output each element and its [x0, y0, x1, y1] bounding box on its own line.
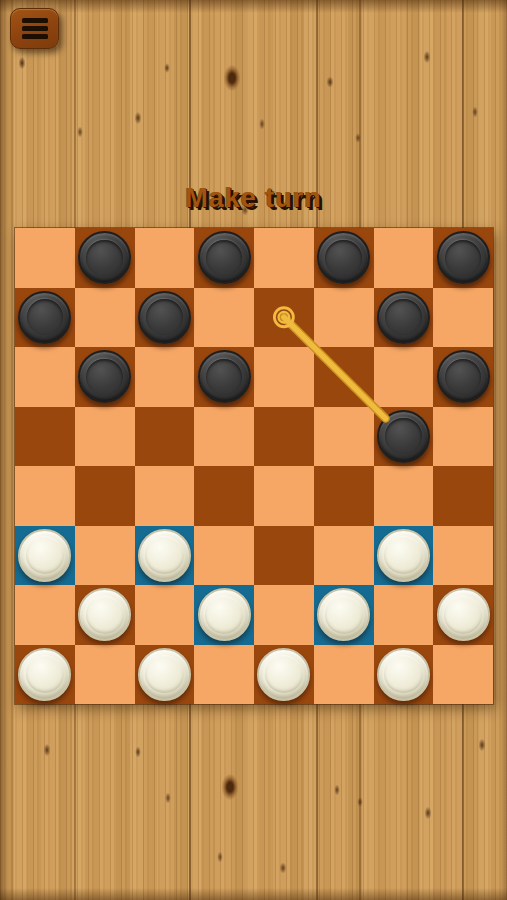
square-a2[interactable]: [15, 585, 75, 645]
square-d6[interactable]: [194, 347, 254, 407]
white-piece[interactable]: [18, 529, 71, 582]
square-d5[interactable]: [194, 407, 254, 467]
square-e6[interactable]: [254, 347, 314, 407]
square-f5[interactable]: [314, 407, 374, 467]
white-piece[interactable]: [317, 588, 370, 641]
square-h7[interactable]: [433, 288, 493, 348]
square-g4[interactable]: [374, 466, 434, 526]
black-piece[interactable]: [437, 350, 490, 403]
black-piece[interactable]: [198, 231, 251, 284]
white-piece[interactable]: [78, 588, 131, 641]
square-b1[interactable]: [75, 645, 135, 705]
hamburger-bar: [22, 26, 48, 31]
square-c8[interactable]: [135, 228, 195, 288]
square-d8[interactable]: [194, 228, 254, 288]
hamburger-bar: [22, 34, 48, 39]
square-c7[interactable]: [135, 288, 195, 348]
square-d7[interactable]: [194, 288, 254, 348]
square-a1[interactable]: [15, 645, 75, 705]
square-g6[interactable]: [374, 347, 434, 407]
square-c4[interactable]: [135, 466, 195, 526]
square-g1[interactable]: [374, 645, 434, 705]
square-g2[interactable]: [374, 585, 434, 645]
white-piece[interactable]: [257, 648, 310, 701]
square-b4[interactable]: [75, 466, 135, 526]
square-e1[interactable]: [254, 645, 314, 705]
white-piece[interactable]: [198, 588, 251, 641]
square-h3[interactable]: [433, 526, 493, 586]
square-e7[interactable]: [254, 288, 314, 348]
turn-status-text: Make turn: [0, 183, 507, 214]
black-piece[interactable]: [437, 231, 490, 284]
square-d4[interactable]: [194, 466, 254, 526]
white-piece[interactable]: [437, 588, 490, 641]
white-piece[interactable]: [377, 529, 430, 582]
square-h5[interactable]: [433, 407, 493, 467]
square-b5[interactable]: [75, 407, 135, 467]
square-e5[interactable]: [254, 407, 314, 467]
square-a8[interactable]: [15, 228, 75, 288]
square-c2[interactable]: [135, 585, 195, 645]
square-b8[interactable]: [75, 228, 135, 288]
square-c1[interactable]: [135, 645, 195, 705]
black-piece[interactable]: [377, 410, 430, 463]
square-b3[interactable]: [75, 526, 135, 586]
square-f7[interactable]: [314, 288, 374, 348]
square-c3[interactable]: [135, 526, 195, 586]
square-h4[interactable]: [433, 466, 493, 526]
square-h6[interactable]: [433, 347, 493, 407]
square-g5[interactable]: [374, 407, 434, 467]
black-piece[interactable]: [317, 231, 370, 284]
square-f2[interactable]: [314, 585, 374, 645]
square-f1[interactable]: [314, 645, 374, 705]
square-a3[interactable]: [15, 526, 75, 586]
square-g7[interactable]: [374, 288, 434, 348]
square-f4[interactable]: [314, 466, 374, 526]
square-c5[interactable]: [135, 407, 195, 467]
square-g3[interactable]: [374, 526, 434, 586]
square-a7[interactable]: [15, 288, 75, 348]
white-piece[interactable]: [138, 529, 191, 582]
square-e3[interactable]: [254, 526, 314, 586]
square-d1[interactable]: [194, 645, 254, 705]
square-d3[interactable]: [194, 526, 254, 586]
square-f8[interactable]: [314, 228, 374, 288]
square-a4[interactable]: [15, 466, 75, 526]
black-piece[interactable]: [78, 350, 131, 403]
menu-button[interactable]: [10, 8, 59, 49]
black-piece[interactable]: [377, 291, 430, 344]
square-e8[interactable]: [254, 228, 314, 288]
square-a5[interactable]: [15, 407, 75, 467]
square-h1[interactable]: [433, 645, 493, 705]
white-piece[interactable]: [138, 648, 191, 701]
square-f6[interactable]: [314, 347, 374, 407]
black-piece[interactable]: [18, 291, 71, 344]
square-b6[interactable]: [75, 347, 135, 407]
square-c6[interactable]: [135, 347, 195, 407]
square-e2[interactable]: [254, 585, 314, 645]
black-piece[interactable]: [138, 291, 191, 344]
square-d2[interactable]: [194, 585, 254, 645]
square-g8[interactable]: [374, 228, 434, 288]
white-piece[interactable]: [377, 648, 430, 701]
square-a6[interactable]: [15, 347, 75, 407]
white-piece[interactable]: [18, 648, 71, 701]
square-h8[interactable]: [433, 228, 493, 288]
black-piece[interactable]: [198, 350, 251, 403]
square-h2[interactable]: [433, 585, 493, 645]
hamburger-bar: [22, 18, 48, 23]
board: [15, 228, 493, 704]
square-e4[interactable]: [254, 466, 314, 526]
square-b2[interactable]: [75, 585, 135, 645]
black-piece[interactable]: [78, 231, 131, 284]
square-b7[interactable]: [75, 288, 135, 348]
square-f3[interactable]: [314, 526, 374, 586]
